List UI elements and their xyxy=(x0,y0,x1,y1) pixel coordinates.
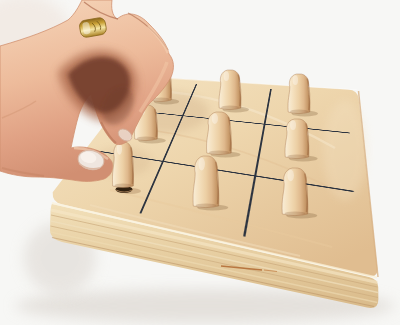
hand-layer xyxy=(0,0,400,325)
tic-tac-toe-pegboard-photo xyxy=(0,0,400,325)
